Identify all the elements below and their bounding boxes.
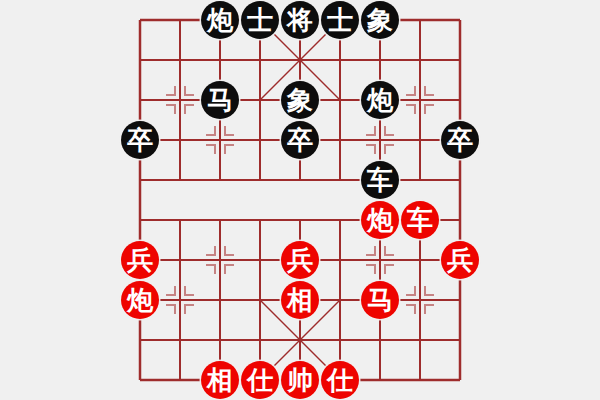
board-point-0-4: 将 bbox=[280, 0, 320, 40]
board-point-9-4: 帅 bbox=[280, 360, 320, 400]
piece-black-elephant[interactable]: 象 bbox=[361, 1, 399, 39]
piece-black-soldier[interactable]: 卒 bbox=[121, 121, 159, 159]
board-point-9-8 bbox=[440, 360, 480, 400]
piece-black-horse[interactable]: 马 bbox=[201, 81, 239, 119]
board-point-9-7 bbox=[400, 360, 440, 400]
board-point-1-6 bbox=[360, 40, 400, 80]
board-point-0-8 bbox=[440, 0, 480, 40]
board-point-1-0 bbox=[120, 40, 160, 80]
board-point-1-4 bbox=[280, 40, 320, 80]
board-point-7-3 bbox=[240, 280, 280, 320]
board-point-5-1 bbox=[160, 200, 200, 240]
board-point-4-4 bbox=[280, 160, 320, 200]
board-point-4-8 bbox=[440, 160, 480, 200]
piece-black-general[interactable]: 将 bbox=[281, 1, 319, 39]
piece-red-soldier[interactable]: 兵 bbox=[281, 241, 319, 279]
board-point-6-4: 兵 bbox=[280, 240, 320, 280]
board-point-8-0 bbox=[120, 320, 160, 360]
piece-black-chariot[interactable]: 车 bbox=[361, 161, 399, 199]
board-point-9-0 bbox=[120, 360, 160, 400]
board-point-7-4: 相 bbox=[280, 280, 320, 320]
board-point-1-2 bbox=[200, 40, 240, 80]
piece-red-general[interactable]: 帅 bbox=[281, 361, 319, 399]
piece-red-horse[interactable]: 马 bbox=[361, 281, 399, 319]
board-point-0-2: 炮 bbox=[200, 0, 240, 40]
board-point-8-1 bbox=[160, 320, 200, 360]
piece-red-soldier[interactable]: 兵 bbox=[441, 241, 479, 279]
piece-black-advisor[interactable]: 士 bbox=[241, 1, 279, 39]
piece-red-advisor[interactable]: 仕 bbox=[321, 361, 359, 399]
board-point-3-1 bbox=[160, 120, 200, 160]
board-point-2-1 bbox=[160, 80, 200, 120]
board-point-9-3: 仕 bbox=[240, 360, 280, 400]
piece-red-cannon[interactable]: 炮 bbox=[361, 201, 399, 239]
piece-red-advisor[interactable]: 仕 bbox=[241, 361, 279, 399]
board-point-9-6 bbox=[360, 360, 400, 400]
board-point-8-6 bbox=[360, 320, 400, 360]
board-point-7-6: 马 bbox=[360, 280, 400, 320]
board-point-8-7 bbox=[400, 320, 440, 360]
piece-black-cannon[interactable]: 炮 bbox=[361, 81, 399, 119]
board-point-8-4 bbox=[280, 320, 320, 360]
piece-black-advisor[interactable]: 士 bbox=[321, 1, 359, 39]
piece-black-soldier[interactable]: 卒 bbox=[441, 121, 479, 159]
board-point-5-2 bbox=[200, 200, 240, 240]
board-point-7-7 bbox=[400, 280, 440, 320]
board-point-3-8: 卒 bbox=[440, 120, 480, 160]
board-point-0-6: 象 bbox=[360, 0, 400, 40]
board-point-4-6: 车 bbox=[360, 160, 400, 200]
board-point-0-0 bbox=[120, 0, 160, 40]
board-point-5-4 bbox=[280, 200, 320, 240]
board-point-1-7 bbox=[400, 40, 440, 80]
board-point-3-0: 卒 bbox=[120, 120, 160, 160]
board-point-0-7 bbox=[400, 0, 440, 40]
piece-black-soldier[interactable]: 卒 bbox=[281, 121, 319, 159]
board-point-8-8 bbox=[440, 320, 480, 360]
xiangqi-board-screen: 炮士将士象马象炮卒卒卒车炮车兵兵兵炮相马相仕帅仕 bbox=[0, 0, 600, 400]
board-point-2-7 bbox=[400, 80, 440, 120]
board-point-4-5 bbox=[320, 160, 360, 200]
board-point-2-0 bbox=[120, 80, 160, 120]
board-point-8-5 bbox=[320, 320, 360, 360]
board-point-9-2: 相 bbox=[200, 360, 240, 400]
board-point-4-3 bbox=[240, 160, 280, 200]
board-point-6-8: 兵 bbox=[440, 240, 480, 280]
board-point-2-3 bbox=[240, 80, 280, 120]
board-point-8-2 bbox=[200, 320, 240, 360]
board-point-6-6 bbox=[360, 240, 400, 280]
board-point-6-2 bbox=[200, 240, 240, 280]
board-point-6-1 bbox=[160, 240, 200, 280]
board-point-0-5: 士 bbox=[320, 0, 360, 40]
board-point-1-8 bbox=[440, 40, 480, 80]
board-point-5-5 bbox=[320, 200, 360, 240]
piece-red-cannon[interactable]: 炮 bbox=[121, 281, 159, 319]
board-point-5-8 bbox=[440, 200, 480, 240]
piece-red-chariot[interactable]: 车 bbox=[401, 201, 439, 239]
board-point-3-2 bbox=[200, 120, 240, 160]
board-point-6-7 bbox=[400, 240, 440, 280]
board-point-8-3 bbox=[240, 320, 280, 360]
board-point-1-5 bbox=[320, 40, 360, 80]
piece-red-soldier[interactable]: 兵 bbox=[121, 241, 159, 279]
board-point-7-8 bbox=[440, 280, 480, 320]
board-point-7-5 bbox=[320, 280, 360, 320]
board-point-2-5 bbox=[320, 80, 360, 120]
board-point-6-0: 兵 bbox=[120, 240, 160, 280]
board-point-0-1 bbox=[160, 0, 200, 40]
piece-red-elephant[interactable]: 相 bbox=[201, 361, 239, 399]
board-point-3-6 bbox=[360, 120, 400, 160]
piece-black-elephant[interactable]: 象 bbox=[281, 81, 319, 119]
board-point-3-5 bbox=[320, 120, 360, 160]
board-point-2-6: 炮 bbox=[360, 80, 400, 120]
piece-red-elephant[interactable]: 相 bbox=[281, 281, 319, 319]
board-point-3-7 bbox=[400, 120, 440, 160]
board-point-2-2: 马 bbox=[200, 80, 240, 120]
board-point-6-3 bbox=[240, 240, 280, 280]
board-point-3-3 bbox=[240, 120, 280, 160]
board-point-1-1 bbox=[160, 40, 200, 80]
board-point-9-5: 仕 bbox=[320, 360, 360, 400]
board-point-7-0: 炮 bbox=[120, 280, 160, 320]
piece-black-cannon[interactable]: 炮 bbox=[201, 1, 239, 39]
board-point-1-3 bbox=[240, 40, 280, 80]
board-point-3-4: 卒 bbox=[280, 120, 320, 160]
board-point-5-7: 车 bbox=[400, 200, 440, 240]
board-point-7-2 bbox=[200, 280, 240, 320]
board-point-4-1 bbox=[160, 160, 200, 200]
board-point-6-5 bbox=[320, 240, 360, 280]
board-point-2-8 bbox=[440, 80, 480, 120]
board-point-9-1 bbox=[160, 360, 200, 400]
board-point-5-6: 炮 bbox=[360, 200, 400, 240]
board-point-2-4: 象 bbox=[280, 80, 320, 120]
board-point-4-7 bbox=[400, 160, 440, 200]
board-point-5-0 bbox=[120, 200, 160, 240]
board-point-7-1 bbox=[160, 280, 200, 320]
board-point-0-3: 士 bbox=[240, 0, 280, 40]
board-point-4-2 bbox=[200, 160, 240, 200]
board-point-5-3 bbox=[240, 200, 280, 240]
xiangqi-board: 炮士将士象马象炮卒卒卒车炮车兵兵兵炮相马相仕帅仕 bbox=[120, 0, 480, 400]
board-point-4-0 bbox=[120, 160, 160, 200]
